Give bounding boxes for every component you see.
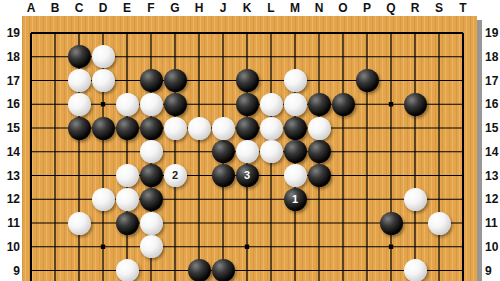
row-label-right-13: 13 — [485, 169, 500, 183]
row-label-left-15: 15 — [0, 121, 20, 135]
black-stone-P17[interactable] — [356, 69, 379, 92]
white-stone-D12[interactable] — [92, 188, 115, 211]
black-stone-M14[interactable] — [284, 140, 307, 163]
row-label-left-18: 18 — [0, 50, 20, 64]
white-stone-F16[interactable] — [140, 93, 163, 116]
row-label-right-10: 10 — [485, 240, 500, 254]
board-edge-shadow — [477, 20, 482, 281]
column-label-R: R — [403, 1, 427, 15]
black-stone-F13[interactable] — [140, 164, 163, 187]
go-app-screen: ABCDEFGHJKLMNOPQRST 19191818171716161515… — [0, 0, 500, 281]
row-label-right-11: 11 — [485, 216, 500, 230]
column-label-K: K — [235, 1, 259, 15]
row-label-left-12: 12 — [0, 192, 20, 206]
white-stone-L15[interactable] — [260, 117, 283, 140]
row-label-right-17: 17 — [485, 74, 500, 88]
column-label-E: E — [115, 1, 139, 15]
star-point-K10 — [245, 245, 249, 249]
black-stone-N16[interactable] — [308, 93, 331, 116]
black-stone-F12[interactable] — [140, 188, 163, 211]
row-label-right-18: 18 — [485, 50, 500, 64]
star-point-D10 — [101, 245, 105, 249]
column-label-G: G — [163, 1, 187, 15]
black-stone-M15[interactable] — [284, 117, 307, 140]
white-stone-J15[interactable] — [212, 117, 235, 140]
black-stone-K13[interactable]: 3 — [236, 164, 259, 187]
column-label-M: M — [283, 1, 307, 15]
row-label-left-13: 13 — [0, 169, 20, 183]
column-label-J: J — [211, 1, 235, 15]
black-stone-C15[interactable] — [68, 117, 91, 140]
column-label-H: H — [187, 1, 211, 15]
star-point-Q16 — [389, 102, 393, 106]
star-point-Q10 — [389, 245, 393, 249]
white-stone-R12[interactable] — [404, 188, 427, 211]
row-label-left-17: 17 — [0, 74, 20, 88]
row-label-left-10: 10 — [0, 240, 20, 254]
row-label-right-15: 15 — [485, 121, 500, 135]
white-stone-G13[interactable]: 2 — [164, 164, 187, 187]
white-stone-G15[interactable] — [164, 117, 187, 140]
black-stone-C18[interactable] — [68, 45, 91, 68]
star-point-D16 — [101, 102, 105, 106]
row-label-left-19: 19 — [0, 26, 20, 40]
column-label-T: T — [451, 1, 475, 15]
column-label-A: A — [19, 1, 43, 15]
row-label-right-12: 12 — [485, 192, 500, 206]
white-stone-K14[interactable] — [236, 140, 259, 163]
white-stone-L14[interactable] — [260, 140, 283, 163]
column-label-O: O — [331, 1, 355, 15]
white-stone-E9[interactable] — [116, 259, 139, 281]
column-label-C: C — [67, 1, 91, 15]
column-label-F: F — [139, 1, 163, 15]
move-number-2: 2 — [172, 170, 178, 181]
white-stone-C11[interactable] — [68, 212, 91, 235]
column-label-L: L — [259, 1, 283, 15]
column-label-N: N — [307, 1, 331, 15]
black-stone-K17[interactable] — [236, 69, 259, 92]
black-stone-H9[interactable] — [188, 259, 211, 281]
black-stone-K15[interactable] — [236, 117, 259, 140]
white-stone-E16[interactable] — [116, 93, 139, 116]
white-stone-M16[interactable] — [284, 93, 307, 116]
row-label-left-14: 14 — [0, 145, 20, 159]
row-label-right-14: 14 — [485, 145, 500, 159]
move-number-1: 1 — [292, 194, 298, 205]
white-stone-M17[interactable] — [284, 69, 307, 92]
column-label-D: D — [91, 1, 115, 15]
white-stone-F14[interactable] — [140, 140, 163, 163]
column-label-Q: Q — [379, 1, 403, 15]
black-stone-N14[interactable] — [308, 140, 331, 163]
white-stone-F10[interactable] — [140, 235, 163, 258]
black-stone-E11[interactable] — [116, 212, 139, 235]
white-stone-S11[interactable] — [428, 212, 451, 235]
black-stone-O16[interactable] — [332, 93, 355, 116]
go-board[interactable]: 312 — [22, 16, 477, 281]
row-label-right-9: 9 — [485, 264, 500, 278]
white-stone-C16[interactable] — [68, 93, 91, 116]
white-stone-E13[interactable] — [116, 164, 139, 187]
column-label-S: S — [427, 1, 451, 15]
row-label-right-19: 19 — [485, 26, 500, 40]
white-stone-L16[interactable] — [260, 93, 283, 116]
black-stone-R16[interactable] — [404, 93, 427, 116]
row-label-left-16: 16 — [0, 97, 20, 111]
row-label-right-16: 16 — [485, 97, 500, 111]
black-stone-N13[interactable] — [308, 164, 331, 187]
white-stone-D18[interactable] — [92, 45, 115, 68]
black-stone-J9[interactable] — [212, 259, 235, 281]
white-stone-E12[interactable] — [116, 188, 139, 211]
white-stone-C17[interactable] — [68, 69, 91, 92]
white-stone-H15[interactable] — [188, 117, 211, 140]
black-stone-F15[interactable] — [140, 117, 163, 140]
column-label-B: B — [43, 1, 67, 15]
row-label-left-9: 9 — [0, 264, 20, 278]
white-stone-R9[interactable] — [404, 259, 427, 281]
black-stone-Q11[interactable] — [380, 212, 403, 235]
black-stone-G16[interactable] — [164, 93, 187, 116]
white-stone-N15[interactable] — [308, 117, 331, 140]
black-stone-J13[interactable] — [212, 164, 235, 187]
column-label-P: P — [355, 1, 379, 15]
black-stone-D15[interactable] — [92, 117, 115, 140]
white-stone-D17[interactable] — [92, 69, 115, 92]
black-stone-F17[interactable] — [140, 69, 163, 92]
black-stone-E15[interactable] — [116, 117, 139, 140]
move-number-3: 3 — [244, 170, 250, 181]
black-stone-G17[interactable] — [164, 69, 187, 92]
black-stone-K16[interactable] — [236, 93, 259, 116]
black-stone-M12[interactable]: 1 — [284, 188, 307, 211]
black-stone-J14[interactable] — [212, 140, 235, 163]
white-stone-F11[interactable] — [140, 212, 163, 235]
row-label-left-11: 11 — [0, 216, 20, 230]
white-stone-M13[interactable] — [284, 164, 307, 187]
